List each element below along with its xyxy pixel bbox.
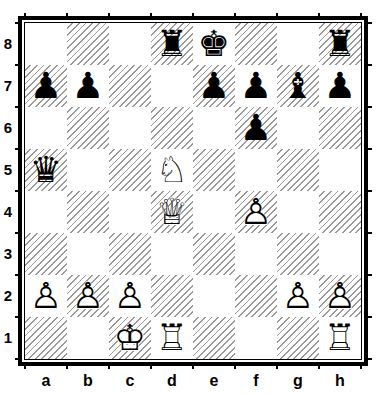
- black-rook-icon[interactable]: ♜: [319, 23, 361, 65]
- rank-label-3: 3: [0, 233, 16, 275]
- black-pawn-icon[interactable]: ♟: [235, 65, 277, 107]
- square-d8[interactable]: ♜: [151, 23, 193, 65]
- square-g8[interactable]: [277, 23, 319, 65]
- piece-glyph: ♖: [151, 317, 193, 359]
- square-c5[interactable]: [109, 149, 151, 191]
- white-king-icon[interactable]: ♚♔: [109, 317, 151, 359]
- file-label-c: c: [109, 371, 151, 391]
- square-a5[interactable]: ♛: [25, 149, 67, 191]
- piece-glyph: ♙: [109, 275, 151, 317]
- black-pawn-icon[interactable]: ♟: [235, 107, 277, 149]
- square-b7[interactable]: ♟: [67, 65, 109, 107]
- board-frame-inner: ♜♚♜♟♟♟♟♝♟♟♛♞♘♛♕♟♙♟♙♟♙♟♙♟♙♟♙♚♔♜♖♜♖: [24, 22, 362, 360]
- black-bishop-icon[interactable]: ♝: [277, 65, 319, 107]
- square-c3[interactable]: [109, 233, 151, 275]
- piece-glyph: ♙: [67, 275, 109, 317]
- square-f1[interactable]: [235, 317, 277, 359]
- square-d3[interactable]: [151, 233, 193, 275]
- piece-glyph: ♟: [193, 65, 235, 107]
- square-g4[interactable]: [277, 191, 319, 233]
- board-frame: ♜♚♜♟♟♟♟♝♟♟♛♞♘♛♕♟♙♟♙♟♙♟♙♟♙♟♙♚♔♜♖♜♖: [18, 16, 368, 366]
- square-b2[interactable]: ♟♙: [67, 275, 109, 317]
- piece-glyph: ♕: [151, 191, 193, 233]
- piece-glyph: ♘: [151, 149, 193, 191]
- white-pawn-icon[interactable]: ♟♙: [67, 275, 109, 317]
- square-h1[interactable]: ♜♖: [319, 317, 361, 359]
- piece-glyph: ♙: [319, 275, 361, 317]
- square-g6[interactable]: [277, 107, 319, 149]
- file-label-h: h: [319, 371, 361, 391]
- square-e3[interactable]: [193, 233, 235, 275]
- piece-glyph: ♟: [319, 65, 361, 107]
- file-label-g: g: [277, 371, 319, 391]
- chess-diagram: ♜♚♜♟♟♟♟♝♟♟♛♞♘♛♕♟♙♟♙♟♙♟♙♟♙♟♙♚♔♜♖♜♖ 876543…: [0, 0, 387, 394]
- square-h2[interactable]: ♟♙: [319, 275, 361, 317]
- piece-glyph: ♜: [151, 23, 193, 65]
- black-king-icon[interactable]: ♚: [193, 23, 235, 65]
- piece-glyph: ♟: [235, 107, 277, 149]
- square-g3[interactable]: [277, 233, 319, 275]
- square-e7[interactable]: ♟: [193, 65, 235, 107]
- file-label-d: d: [151, 371, 193, 391]
- square-b5[interactable]: [67, 149, 109, 191]
- file-label-e: e: [193, 371, 235, 391]
- square-f8[interactable]: [235, 23, 277, 65]
- square-f2[interactable]: [235, 275, 277, 317]
- square-c2[interactable]: ♟♙: [109, 275, 151, 317]
- square-e5[interactable]: [193, 149, 235, 191]
- square-b4[interactable]: [67, 191, 109, 233]
- white-pawn-icon[interactable]: ♟♙: [319, 275, 361, 317]
- square-d5[interactable]: ♞♘: [151, 149, 193, 191]
- square-a6[interactable]: [25, 107, 67, 149]
- rank-label-8: 8: [0, 23, 16, 65]
- chess-board: ♜♚♜♟♟♟♟♝♟♟♛♞♘♛♕♟♙♟♙♟♙♟♙♟♙♟♙♚♔♜♖♜♖: [25, 23, 361, 359]
- file-label-f: f: [235, 371, 277, 391]
- square-a8[interactable]: [25, 23, 67, 65]
- square-a2[interactable]: ♟♙: [25, 275, 67, 317]
- square-f7[interactable]: ♟: [235, 65, 277, 107]
- rank-label-4: 4: [0, 191, 16, 233]
- white-queen-icon[interactable]: ♛♕: [151, 191, 193, 233]
- black-pawn-icon[interactable]: ♟: [193, 65, 235, 107]
- rank-label-6: 6: [0, 107, 16, 149]
- square-e4[interactable]: [193, 191, 235, 233]
- piece-glyph: ♟: [235, 65, 277, 107]
- square-h8[interactable]: ♜: [319, 23, 361, 65]
- piece-glyph: ♚: [193, 23, 235, 65]
- file-label-a: a: [25, 371, 67, 391]
- square-b3[interactable]: [67, 233, 109, 275]
- square-e6[interactable]: [193, 107, 235, 149]
- piece-glyph: ♛: [25, 149, 67, 191]
- square-c8[interactable]: [109, 23, 151, 65]
- rank-label-7: 7: [0, 65, 16, 107]
- black-pawn-icon[interactable]: ♟: [67, 65, 109, 107]
- white-pawn-icon[interactable]: ♟♙: [109, 275, 151, 317]
- square-d2[interactable]: [151, 275, 193, 317]
- square-d4[interactable]: ♛♕: [151, 191, 193, 233]
- square-b1[interactable]: [67, 317, 109, 359]
- rank-label-5: 5: [0, 149, 16, 191]
- square-a7[interactable]: ♟: [25, 65, 67, 107]
- piece-glyph: ♙: [235, 191, 277, 233]
- square-c7[interactable]: [109, 65, 151, 107]
- piece-glyph: ♟: [67, 65, 109, 107]
- square-f3[interactable]: [235, 233, 277, 275]
- square-h4[interactable]: [319, 191, 361, 233]
- square-h5[interactable]: [319, 149, 361, 191]
- piece-glyph: ♙: [277, 275, 319, 317]
- square-h7[interactable]: ♟: [319, 65, 361, 107]
- square-c6[interactable]: [109, 107, 151, 149]
- file-label-b: b: [67, 371, 109, 391]
- rank-label-1: 1: [0, 317, 16, 359]
- square-g5[interactable]: [277, 149, 319, 191]
- square-d6[interactable]: [151, 107, 193, 149]
- square-g7[interactable]: ♝: [277, 65, 319, 107]
- square-b8[interactable]: [67, 23, 109, 65]
- rank-label-2: 2: [0, 275, 16, 317]
- white-rook-icon[interactable]: ♜♖: [151, 317, 193, 359]
- square-c1[interactable]: ♚♔: [109, 317, 151, 359]
- black-queen-icon[interactable]: ♛: [25, 149, 67, 191]
- square-e2[interactable]: [193, 275, 235, 317]
- square-g2[interactable]: ♟♙: [277, 275, 319, 317]
- square-e1[interactable]: [193, 317, 235, 359]
- white-pawn-icon[interactable]: ♟♙: [277, 275, 319, 317]
- square-g1[interactable]: [277, 317, 319, 359]
- piece-glyph: ♝: [277, 65, 319, 107]
- square-f6[interactable]: ♟: [235, 107, 277, 149]
- square-b6[interactable]: [67, 107, 109, 149]
- square-c4[interactable]: [109, 191, 151, 233]
- piece-glyph: ♟: [25, 65, 67, 107]
- white-pawn-icon[interactable]: ♟♙: [235, 191, 277, 233]
- square-f5[interactable]: [235, 149, 277, 191]
- piece-glyph: ♔: [109, 317, 151, 359]
- square-h3[interactable]: [319, 233, 361, 275]
- piece-glyph: ♙: [25, 275, 67, 317]
- square-d1[interactable]: ♜♖: [151, 317, 193, 359]
- white-pawn-icon[interactable]: ♟♙: [25, 275, 67, 317]
- square-a3[interactable]: [25, 233, 67, 275]
- black-pawn-icon[interactable]: ♟: [25, 65, 67, 107]
- square-a1[interactable]: [25, 317, 67, 359]
- square-d7[interactable]: [151, 65, 193, 107]
- piece-glyph: ♖: [319, 317, 361, 359]
- square-e8[interactable]: ♚: [193, 23, 235, 65]
- piece-glyph: ♜: [319, 23, 361, 65]
- square-h6[interactable]: [319, 107, 361, 149]
- white-knight-icon[interactable]: ♞♘: [151, 149, 193, 191]
- white-rook-icon[interactable]: ♜♖: [319, 317, 361, 359]
- square-a4[interactable]: [25, 191, 67, 233]
- black-pawn-icon[interactable]: ♟: [319, 65, 361, 107]
- square-f4[interactable]: ♟♙: [235, 191, 277, 233]
- black-rook-icon[interactable]: ♜: [151, 23, 193, 65]
